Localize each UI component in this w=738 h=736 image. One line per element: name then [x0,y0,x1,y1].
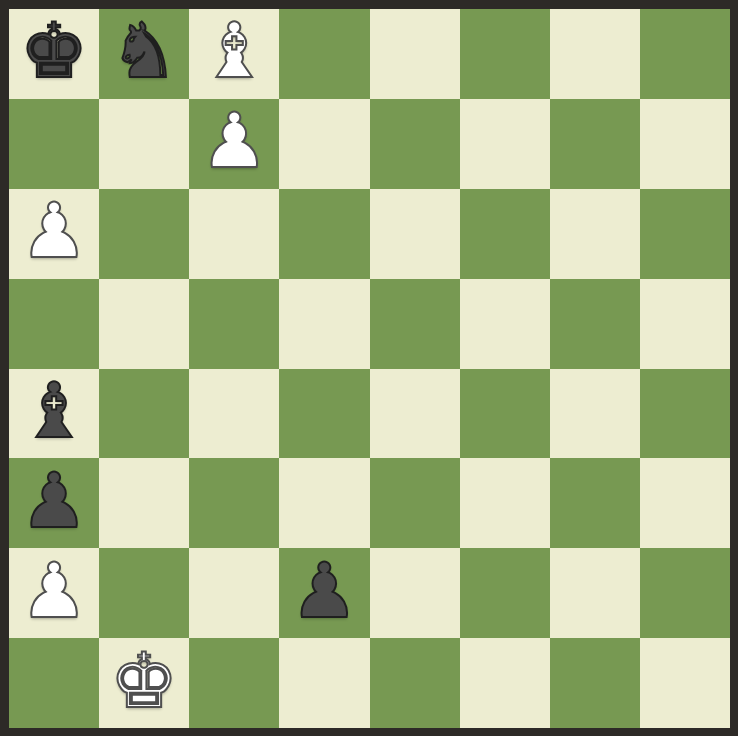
square-b8[interactable]: ♞ [99,9,189,99]
square-d1[interactable] [279,638,369,728]
square-c4[interactable] [189,369,279,459]
piece-white-pawn[interactable]: ♟ [20,553,88,634]
square-a2[interactable]: ♟ [9,548,99,638]
square-f1[interactable] [460,638,550,728]
square-c6[interactable] [189,189,279,279]
square-d3[interactable] [279,458,369,548]
square-f8[interactable] [460,9,550,99]
square-h6[interactable] [640,189,730,279]
square-g8[interactable] [550,9,640,99]
piece-black-pawn[interactable]: ♟ [290,553,358,634]
piece-white-bishop[interactable]: ♝ [200,13,268,94]
square-c3[interactable] [189,458,279,548]
square-c5[interactable] [189,279,279,369]
square-b6[interactable] [99,189,189,279]
piece-black-pawn[interactable]: ♟ [20,463,88,544]
square-g7[interactable] [550,99,640,189]
square-d5[interactable] [279,279,369,369]
square-a7[interactable] [9,99,99,189]
square-a5[interactable] [9,279,99,369]
square-a6[interactable]: ♟ [9,189,99,279]
square-b1[interactable]: ♚ [99,638,189,728]
chess-board: ♚♞♝♟♟♝♟♟♟♚ [9,9,730,728]
square-d6[interactable] [279,189,369,279]
piece-black-bishop[interactable]: ♝ [20,373,88,454]
square-f5[interactable] [460,279,550,369]
square-f2[interactable] [460,548,550,638]
square-f4[interactable] [460,369,550,459]
square-g6[interactable] [550,189,640,279]
board-frame: ♚♞♝♟♟♝♟♟♟♚ [0,0,738,736]
square-a3[interactable]: ♟ [9,458,99,548]
square-a1[interactable] [9,638,99,728]
square-d7[interactable] [279,99,369,189]
square-f3[interactable] [460,458,550,548]
square-g1[interactable] [550,638,640,728]
square-d2[interactable]: ♟ [279,548,369,638]
square-g3[interactable] [550,458,640,548]
square-g5[interactable] [550,279,640,369]
square-h3[interactable] [640,458,730,548]
square-h7[interactable] [640,99,730,189]
piece-black-king[interactable]: ♚ [20,13,88,94]
piece-white-pawn[interactable]: ♟ [200,103,268,184]
square-d4[interactable] [279,369,369,459]
piece-white-pawn[interactable]: ♟ [20,193,88,274]
square-h8[interactable] [640,9,730,99]
square-f7[interactable] [460,99,550,189]
square-h5[interactable] [640,279,730,369]
square-c7[interactable]: ♟ [189,99,279,189]
square-b7[interactable] [99,99,189,189]
square-a4[interactable]: ♝ [9,369,99,459]
square-g2[interactable] [550,548,640,638]
square-e2[interactable] [370,548,460,638]
square-h2[interactable] [640,548,730,638]
square-e6[interactable] [370,189,460,279]
square-e3[interactable] [370,458,460,548]
square-d8[interactable] [279,9,369,99]
square-b3[interactable] [99,458,189,548]
piece-white-king[interactable]: ♚ [110,643,178,724]
square-e8[interactable] [370,9,460,99]
square-e5[interactable] [370,279,460,369]
square-h1[interactable] [640,638,730,728]
square-b2[interactable] [99,548,189,638]
piece-black-knight[interactable]: ♞ [110,13,178,94]
square-b4[interactable] [99,369,189,459]
square-c8[interactable]: ♝ [189,9,279,99]
square-h4[interactable] [640,369,730,459]
square-f6[interactable] [460,189,550,279]
square-c2[interactable] [189,548,279,638]
square-e4[interactable] [370,369,460,459]
square-c1[interactable] [189,638,279,728]
square-g4[interactable] [550,369,640,459]
square-b5[interactable] [99,279,189,369]
square-a8[interactable]: ♚ [9,9,99,99]
square-e7[interactable] [370,99,460,189]
square-e1[interactable] [370,638,460,728]
